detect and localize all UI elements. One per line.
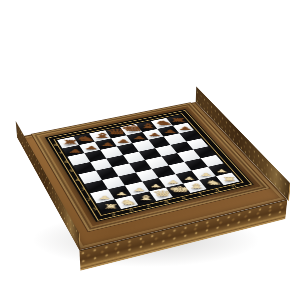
piece-shadow: [114, 192, 129, 198]
square-d2[interactable]: ♟: [142, 178, 166, 191]
square-g1[interactable]: ♞: [199, 176, 223, 189]
pawn-glyph: ♟: [147, 132, 162, 136]
piece-shadow: [120, 202, 135, 209]
piece-shadow: [182, 176, 197, 182]
pawn-glyph: ♟: [132, 136, 147, 140]
pawn-glyph: ♟: [100, 142, 115, 147]
square-d1[interactable]: ♛: [149, 187, 173, 201]
rank-label-5: 5: [66, 166, 78, 176]
square-b2[interactable]: ♟: [108, 185, 132, 199]
piece-shadow: [206, 182, 221, 188]
pawn-glyph: ♟: [116, 139, 131, 144]
rank-label-1: 1: [89, 203, 102, 215]
pawn-glyph: ♟: [67, 149, 83, 154]
king-glyph: ♚: [168, 185, 193, 193]
knight-glyph: ♞: [119, 199, 138, 206]
square-d4[interactable]: [129, 160, 152, 172]
square-c3[interactable]: [118, 172, 141, 185]
queen-glyph: ♛: [152, 190, 175, 198]
chess-set-photo: 87654321 abcdefgh ♜♞♝♛♚♝♞♜♟♟♟♟♟♟♟♟♟♟♟♟♟♟…: [0, 0, 290, 308]
pawn-glyph: ♟: [215, 168, 228, 172]
square-b3[interactable]: [101, 176, 124, 189]
piece-shadow: [172, 190, 187, 196]
square-e1[interactable]: ♚: [166, 183, 190, 197]
piece-shadow: [155, 194, 170, 200]
rook-glyph: ♜: [221, 176, 238, 181]
rank-label-2: 2: [83, 193, 96, 205]
knight-glyph: ♞: [204, 179, 223, 185]
square-f1[interactable]: ♝: [182, 180, 206, 193]
bishop-glyph: ♝: [136, 195, 156, 202]
rank-label-4: 4: [71, 175, 84, 186]
square-b1[interactable]: ♞: [114, 195, 138, 209]
square-a1[interactable]: ♜: [96, 199, 120, 213]
pawn-glyph: ♟: [178, 126, 193, 130]
piece-shadow: [222, 178, 237, 184]
square-b4[interactable]: [95, 167, 118, 180]
perspective-wrapper: 87654321 abcdefgh ♜♞♝♛♚♝♞♜♟♟♟♟♟♟♟♟♟♟♟♟♟♟…: [0, 0, 290, 308]
square-d3[interactable]: [135, 169, 158, 182]
board-plane: 87654321 abcdefgh ♜♞♝♛♚♝♞♜♟♟♟♟♟♟♟♟♟♟♟♟♟♟…: [31, 102, 271, 232]
square-a4[interactable]: [78, 171, 101, 184]
rook-glyph: ♜: [59, 139, 80, 145]
pawn-glyph: ♟: [163, 129, 178, 133]
bishop-glyph: ♝: [187, 183, 207, 190]
square-a3[interactable]: [84, 180, 107, 193]
square-c1[interactable]: ♝: [131, 191, 155, 205]
rook-glyph: ♜: [102, 204, 120, 210]
rank-label-3: 3: [77, 184, 90, 195]
piece-shadow: [102, 206, 118, 213]
square-h1[interactable]: ♜: [215, 172, 239, 185]
square-e3[interactable]: [152, 165, 175, 178]
pawn-glyph: ♟: [84, 145, 99, 150]
piece-shadow: [148, 184, 163, 190]
piece-shadow: [189, 186, 204, 192]
